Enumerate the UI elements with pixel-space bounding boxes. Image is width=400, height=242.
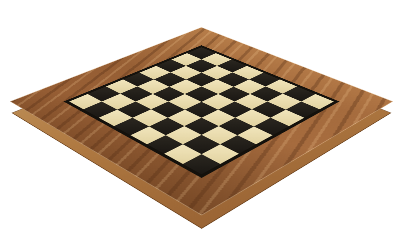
square-d1	[114, 118, 149, 135]
square-g6	[252, 102, 286, 118]
square-h1	[183, 154, 221, 174]
square-e3	[167, 109, 201, 126]
square-f1	[147, 135, 183, 154]
playing-field-border	[64, 45, 340, 178]
square-g3	[202, 126, 238, 144]
square-c2	[117, 102, 151, 118]
square-h2	[202, 144, 239, 164]
square-g4	[219, 118, 254, 135]
photo-background	[0, 0, 400, 242]
square-h4	[237, 126, 273, 144]
square-c1	[99, 109, 133, 126]
square-h6	[270, 109, 304, 126]
square-e2	[149, 118, 184, 135]
square-d3	[151, 102, 185, 118]
square-e4	[185, 102, 219, 118]
square-g2	[183, 135, 219, 154]
square-h7	[286, 102, 320, 118]
square-f3	[184, 118, 219, 135]
square-g1	[164, 144, 201, 164]
square-f5	[218, 102, 252, 118]
square-e1	[130, 126, 166, 144]
square-b1	[84, 102, 118, 118]
square-f4	[202, 109, 236, 126]
board-frame	[10, 27, 393, 216]
square-g5	[236, 109, 270, 126]
chessboard-photo	[10, 27, 393, 216]
square-d2	[133, 109, 167, 126]
chessboard	[69, 47, 333, 174]
square-h5	[254, 118, 289, 135]
square-f2	[166, 126, 202, 144]
square-h3	[220, 135, 256, 154]
